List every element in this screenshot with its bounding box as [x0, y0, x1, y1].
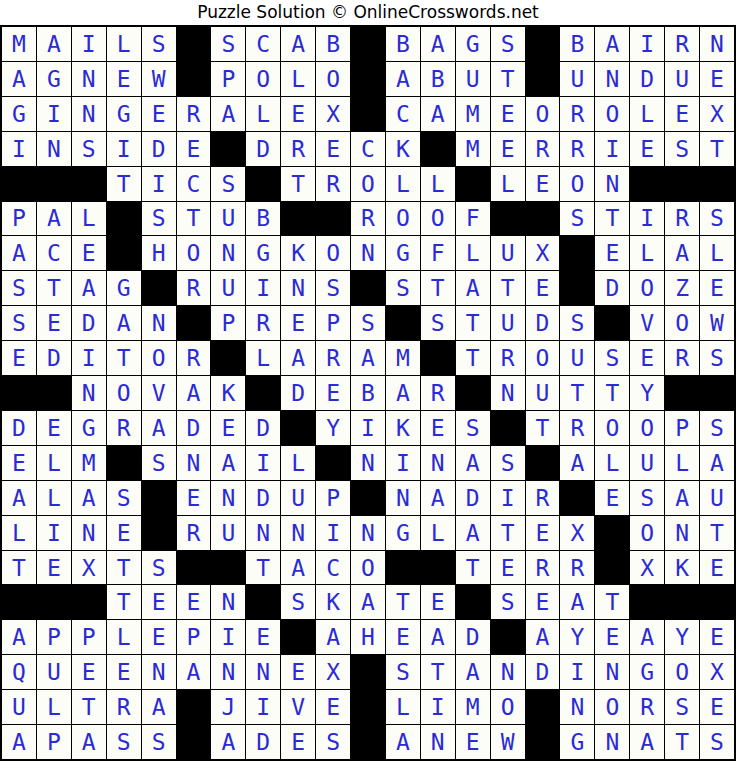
letter-cell[interactable]: M: [2, 27, 36, 61]
letter-cell[interactable]: A: [456, 446, 490, 480]
letter-cell[interactable]: T: [281, 167, 315, 201]
letter-cell[interactable]: S: [491, 27, 525, 61]
letter-cell[interactable]: B: [560, 27, 594, 61]
letter-cell[interactable]: Z: [665, 271, 699, 305]
letter-cell[interactable]: R: [560, 411, 594, 445]
letter-cell[interactable]: A: [316, 620, 350, 654]
letter-cell[interactable]: R: [177, 516, 211, 550]
letter-cell[interactable]: R: [526, 132, 560, 166]
letter-cell[interactable]: N: [281, 271, 315, 305]
letter-cell[interactable]: G: [246, 236, 280, 270]
letter-cell[interactable]: L: [421, 516, 455, 550]
letter-cell[interactable]: R: [560, 551, 594, 585]
letter-cell[interactable]: R: [665, 27, 699, 61]
letter-cell[interactable]: G: [630, 655, 664, 689]
letter-cell[interactable]: T: [456, 341, 490, 375]
letter-cell[interactable]: A: [211, 97, 245, 131]
letter-cell[interactable]: S: [700, 411, 734, 445]
letter-cell[interactable]: A: [456, 516, 490, 550]
letter-cell[interactable]: I: [142, 167, 176, 201]
letter-cell[interactable]: N: [72, 516, 106, 550]
letter-cell[interactable]: S: [281, 585, 315, 619]
letter-cell[interactable]: A: [386, 725, 420, 759]
letter-cell[interactable]: V: [281, 690, 315, 724]
letter-cell[interactable]: U: [526, 376, 560, 410]
letter-cell[interactable]: E: [2, 341, 36, 375]
letter-cell[interactable]: S: [386, 655, 420, 689]
letter-cell[interactable]: O: [665, 306, 699, 340]
letter-cell[interactable]: X: [316, 97, 350, 131]
letter-cell[interactable]: A: [630, 620, 664, 654]
letter-cell[interactable]: A: [351, 341, 385, 375]
letter-cell[interactable]: M: [72, 446, 106, 480]
letter-cell[interactable]: I: [211, 620, 245, 654]
letter-cell[interactable]: L: [630, 97, 664, 131]
letter-cell[interactable]: R: [107, 690, 141, 724]
letter-cell[interactable]: I: [491, 481, 525, 515]
letter-cell[interactable]: S: [700, 725, 734, 759]
letter-cell[interactable]: S: [421, 306, 455, 340]
letter-cell[interactable]: A: [211, 725, 245, 759]
letter-cell[interactable]: R: [560, 97, 594, 131]
letter-cell[interactable]: N: [142, 655, 176, 689]
letter-cell[interactable]: S: [2, 271, 36, 305]
letter-cell[interactable]: S: [700, 202, 734, 236]
letter-cell[interactable]: T: [595, 376, 629, 410]
letter-cell[interactable]: K: [386, 411, 420, 445]
letter-cell[interactable]: G: [456, 27, 490, 61]
letter-cell[interactable]: U: [700, 481, 734, 515]
letter-cell[interactable]: B: [351, 376, 385, 410]
letter-cell[interactable]: E: [281, 97, 315, 131]
letter-cell[interactable]: L: [107, 27, 141, 61]
letter-cell[interactable]: I: [595, 132, 629, 166]
letter-cell[interactable]: O: [351, 167, 385, 201]
letter-cell[interactable]: R: [177, 271, 211, 305]
letter-cell[interactable]: T: [595, 202, 629, 236]
letter-cell[interactable]: T: [595, 585, 629, 619]
letter-cell[interactable]: I: [37, 97, 71, 131]
letter-cell[interactable]: E: [177, 481, 211, 515]
letter-cell[interactable]: F: [421, 236, 455, 270]
letter-cell[interactable]: M: [386, 341, 420, 375]
letter-cell[interactable]: T: [246, 551, 280, 585]
letter-cell[interactable]: I: [421, 690, 455, 724]
letter-cell[interactable]: I: [246, 690, 280, 724]
letter-cell[interactable]: N: [351, 516, 385, 550]
letter-cell[interactable]: G: [107, 97, 141, 131]
letter-cell[interactable]: R: [665, 341, 699, 375]
letter-cell[interactable]: S: [142, 446, 176, 480]
letter-cell[interactable]: N: [246, 655, 280, 689]
letter-cell[interactable]: A: [421, 620, 455, 654]
letter-cell[interactable]: N: [700, 27, 734, 61]
letter-cell[interactable]: E: [142, 585, 176, 619]
letter-cell[interactable]: M: [456, 97, 490, 131]
letter-cell[interactable]: T: [700, 516, 734, 550]
letter-cell[interactable]: U: [2, 690, 36, 724]
letter-cell[interactable]: I: [560, 655, 594, 689]
letter-cell[interactable]: T: [665, 725, 699, 759]
letter-cell[interactable]: E: [72, 655, 106, 689]
letter-cell[interactable]: S: [142, 202, 176, 236]
letter-cell[interactable]: N: [665, 516, 699, 550]
letter-cell[interactable]: P: [72, 620, 106, 654]
letter-cell[interactable]: E: [177, 132, 211, 166]
letter-cell[interactable]: T: [491, 516, 525, 550]
letter-cell[interactable]: A: [2, 481, 36, 515]
letter-cell[interactable]: R: [246, 306, 280, 340]
letter-cell[interactable]: C: [37, 236, 71, 270]
letter-cell[interactable]: S: [351, 306, 385, 340]
letter-cell[interactable]: E: [386, 620, 420, 654]
letter-cell[interactable]: T: [700, 132, 734, 166]
letter-cell[interactable]: L: [386, 167, 420, 201]
letter-cell[interactable]: E: [72, 236, 106, 270]
letter-cell[interactable]: R: [526, 481, 560, 515]
letter-cell[interactable]: E: [421, 585, 455, 619]
letter-cell[interactable]: R: [177, 97, 211, 131]
letter-cell[interactable]: U: [491, 236, 525, 270]
letter-cell[interactable]: A: [526, 620, 560, 654]
letter-cell[interactable]: P: [37, 620, 71, 654]
letter-cell[interactable]: E: [281, 725, 315, 759]
letter-cell[interactable]: X: [630, 551, 664, 585]
letter-cell[interactable]: X: [700, 655, 734, 689]
letter-cell[interactable]: E: [526, 516, 560, 550]
letter-cell[interactable]: D: [246, 725, 280, 759]
letter-cell[interactable]: E: [456, 725, 490, 759]
letter-cell[interactable]: A: [665, 481, 699, 515]
letter-cell[interactable]: S: [72, 132, 106, 166]
letter-cell[interactable]: U: [665, 62, 699, 96]
letter-cell[interactable]: S: [560, 202, 594, 236]
letter-cell[interactable]: C: [386, 97, 420, 131]
letter-cell[interactable]: L: [246, 341, 280, 375]
letter-cell[interactable]: A: [351, 585, 385, 619]
letter-cell[interactable]: N: [246, 516, 280, 550]
letter-cell[interactable]: E: [281, 306, 315, 340]
letter-cell[interactable]: D: [37, 341, 71, 375]
letter-cell[interactable]: U: [560, 341, 594, 375]
letter-cell[interactable]: D: [456, 620, 490, 654]
letter-cell[interactable]: A: [37, 27, 71, 61]
letter-cell[interactable]: E: [142, 97, 176, 131]
letter-cell[interactable]: E: [700, 551, 734, 585]
letter-cell[interactable]: E: [491, 132, 525, 166]
letter-cell[interactable]: E: [665, 97, 699, 131]
letter-cell[interactable]: H: [351, 620, 385, 654]
letter-cell[interactable]: S: [456, 411, 490, 445]
letter-cell[interactable]: T: [37, 271, 71, 305]
letter-cell[interactable]: R: [421, 376, 455, 410]
letter-cell[interactable]: A: [177, 655, 211, 689]
letter-cell[interactable]: A: [72, 481, 106, 515]
letter-cell[interactable]: Y: [630, 376, 664, 410]
letter-cell[interactable]: L: [72, 202, 106, 236]
letter-cell[interactable]: I: [630, 202, 664, 236]
letter-cell[interactable]: U: [211, 271, 245, 305]
letter-cell[interactable]: G: [386, 516, 420, 550]
letter-cell[interactable]: R: [177, 341, 211, 375]
letter-cell[interactable]: P: [2, 202, 36, 236]
letter-cell[interactable]: Y: [665, 620, 699, 654]
letter-cell[interactable]: S: [2, 306, 36, 340]
letter-cell[interactable]: D: [281, 376, 315, 410]
letter-cell[interactable]: S: [665, 132, 699, 166]
letter-cell[interactable]: O: [386, 202, 420, 236]
letter-cell[interactable]: L: [421, 167, 455, 201]
letter-cell[interactable]: N: [595, 167, 629, 201]
letter-cell[interactable]: S: [316, 271, 350, 305]
letter-cell[interactable]: S: [491, 585, 525, 619]
letter-cell[interactable]: A: [421, 97, 455, 131]
letter-cell[interactable]: E: [37, 411, 71, 445]
letter-cell[interactable]: A: [560, 446, 594, 480]
letter-cell[interactable]: A: [72, 271, 106, 305]
letter-cell[interactable]: V: [142, 376, 176, 410]
letter-cell[interactable]: W: [700, 306, 734, 340]
letter-cell[interactable]: R: [316, 167, 350, 201]
letter-cell[interactable]: W: [491, 725, 525, 759]
letter-cell[interactable]: E: [700, 690, 734, 724]
letter-cell[interactable]: U: [281, 481, 315, 515]
letter-cell[interactable]: U: [37, 655, 71, 689]
letter-cell[interactable]: L: [665, 446, 699, 480]
letter-cell[interactable]: L: [107, 620, 141, 654]
letter-cell[interactable]: E: [316, 132, 350, 166]
letter-cell[interactable]: E: [595, 620, 629, 654]
letter-cell[interactable]: E: [37, 551, 71, 585]
letter-cell[interactable]: E: [630, 132, 664, 166]
letter-cell[interactable]: P: [316, 306, 350, 340]
letter-cell[interactable]: N: [595, 725, 629, 759]
letter-cell[interactable]: M: [456, 132, 490, 166]
letter-cell[interactable]: M: [456, 690, 490, 724]
letter-cell[interactable]: R: [351, 202, 385, 236]
letter-cell[interactable]: D: [177, 411, 211, 445]
letter-cell[interactable]: O: [630, 411, 664, 445]
letter-cell[interactable]: L: [37, 446, 71, 480]
letter-cell[interactable]: N: [560, 690, 594, 724]
letter-cell[interactable]: E: [700, 62, 734, 96]
letter-cell[interactable]: U: [211, 202, 245, 236]
letter-cell[interactable]: T: [491, 62, 525, 96]
letter-cell[interactable]: O: [177, 236, 211, 270]
letter-cell[interactable]: T: [107, 167, 141, 201]
letter-cell[interactable]: A: [386, 376, 420, 410]
letter-cell[interactable]: S: [211, 27, 245, 61]
letter-cell[interactable]: N: [595, 655, 629, 689]
letter-cell[interactable]: U: [630, 446, 664, 480]
letter-cell[interactable]: J: [211, 690, 245, 724]
letter-cell[interactable]: N: [421, 446, 455, 480]
letter-cell[interactable]: S: [107, 481, 141, 515]
letter-cell[interactable]: E: [107, 516, 141, 550]
letter-cell[interactable]: R: [107, 411, 141, 445]
letter-cell[interactable]: S: [491, 446, 525, 480]
letter-cell[interactable]: O: [316, 236, 350, 270]
letter-cell[interactable]: S: [595, 341, 629, 375]
letter-cell[interactable]: O: [526, 97, 560, 131]
letter-cell[interactable]: I: [246, 271, 280, 305]
letter-cell[interactable]: E: [421, 411, 455, 445]
letter-cell[interactable]: E: [526, 585, 560, 619]
letter-cell[interactable]: E: [526, 167, 560, 201]
letter-cell[interactable]: Y: [316, 411, 350, 445]
letter-cell[interactable]: D: [246, 481, 280, 515]
letter-cell[interactable]: E: [700, 620, 734, 654]
letter-cell[interactable]: L: [2, 516, 36, 550]
letter-cell[interactable]: E: [107, 655, 141, 689]
letter-cell[interactable]: N: [386, 481, 420, 515]
letter-cell[interactable]: L: [281, 62, 315, 96]
letter-cell[interactable]: S: [142, 725, 176, 759]
letter-cell[interactable]: S: [142, 27, 176, 61]
letter-cell[interactable]: A: [2, 620, 36, 654]
letter-cell[interactable]: C: [246, 27, 280, 61]
letter-cell[interactable]: T: [386, 585, 420, 619]
letter-cell[interactable]: D: [72, 306, 106, 340]
letter-cell[interactable]: E: [177, 585, 211, 619]
letter-cell[interactable]: S: [386, 271, 420, 305]
letter-cell[interactable]: A: [456, 271, 490, 305]
letter-cell[interactable]: T: [491, 271, 525, 305]
letter-cell[interactable]: E: [700, 271, 734, 305]
letter-cell[interactable]: N: [177, 446, 211, 480]
letter-cell[interactable]: L: [456, 236, 490, 270]
letter-cell[interactable]: A: [2, 62, 36, 96]
letter-cell[interactable]: T: [177, 202, 211, 236]
letter-cell[interactable]: G: [72, 411, 106, 445]
letter-cell[interactable]: T: [107, 341, 141, 375]
letter-cell[interactable]: E: [211, 411, 245, 445]
letter-cell[interactable]: X: [526, 236, 560, 270]
letter-cell[interactable]: U: [560, 62, 594, 96]
letter-cell[interactable]: E: [37, 306, 71, 340]
letter-cell[interactable]: A: [421, 27, 455, 61]
letter-cell[interactable]: O: [421, 202, 455, 236]
letter-cell[interactable]: A: [142, 690, 176, 724]
letter-cell[interactable]: E: [316, 690, 350, 724]
letter-cell[interactable]: E: [246, 620, 280, 654]
letter-cell[interactable]: I: [107, 132, 141, 166]
letter-cell[interactable]: P: [177, 620, 211, 654]
letter-cell[interactable]: D: [526, 655, 560, 689]
letter-cell[interactable]: E: [2, 446, 36, 480]
letter-cell[interactable]: O: [351, 551, 385, 585]
letter-cell[interactable]: U: [211, 516, 245, 550]
letter-cell[interactable]: D: [526, 306, 560, 340]
letter-cell[interactable]: K: [386, 132, 420, 166]
letter-cell[interactable]: S: [560, 306, 594, 340]
letter-cell[interactable]: T: [421, 655, 455, 689]
letter-cell[interactable]: P: [211, 62, 245, 96]
letter-cell[interactable]: O: [595, 411, 629, 445]
letter-cell[interactable]: A: [37, 202, 71, 236]
letter-cell[interactable]: E: [595, 236, 629, 270]
letter-cell[interactable]: T: [456, 551, 490, 585]
letter-cell[interactable]: I: [2, 132, 36, 166]
letter-cell[interactable]: I: [72, 341, 106, 375]
letter-cell[interactable]: B: [421, 62, 455, 96]
letter-cell[interactable]: C: [316, 551, 350, 585]
letter-cell[interactable]: I: [351, 411, 385, 445]
letter-cell[interactable]: T: [560, 376, 594, 410]
letter-cell[interactable]: T: [526, 411, 560, 445]
letter-cell[interactable]: T: [107, 551, 141, 585]
letter-cell[interactable]: P: [37, 725, 71, 759]
letter-cell[interactable]: R: [630, 690, 664, 724]
letter-cell[interactable]: K: [211, 376, 245, 410]
letter-cell[interactable]: L: [595, 446, 629, 480]
letter-cell[interactable]: B: [316, 27, 350, 61]
letter-cell[interactable]: F: [456, 202, 490, 236]
letter-cell[interactable]: U: [491, 306, 525, 340]
letter-cell[interactable]: X: [560, 516, 594, 550]
letter-cell[interactable]: N: [211, 481, 245, 515]
letter-cell[interactable]: N: [72, 62, 106, 96]
letter-cell[interactable]: E: [630, 341, 664, 375]
letter-cell[interactable]: O: [595, 690, 629, 724]
letter-cell[interactable]: A: [2, 236, 36, 270]
letter-cell[interactable]: N: [211, 655, 245, 689]
letter-cell[interactable]: D: [246, 411, 280, 445]
letter-cell[interactable]: X: [72, 551, 106, 585]
letter-cell[interactable]: N: [37, 132, 71, 166]
letter-cell[interactable]: N: [491, 655, 525, 689]
letter-cell[interactable]: K: [316, 585, 350, 619]
letter-cell[interactable]: N: [142, 306, 176, 340]
letter-cell[interactable]: I: [630, 27, 664, 61]
letter-cell[interactable]: R: [526, 551, 560, 585]
letter-cell[interactable]: O: [630, 271, 664, 305]
letter-cell[interactable]: O: [491, 690, 525, 724]
letter-cell[interactable]: P: [665, 411, 699, 445]
letter-cell[interactable]: K: [281, 236, 315, 270]
letter-cell[interactable]: N: [351, 446, 385, 480]
letter-cell[interactable]: S: [316, 725, 350, 759]
letter-cell[interactable]: A: [72, 725, 106, 759]
letter-cell[interactable]: D: [2, 411, 36, 445]
letter-cell[interactable]: T: [421, 271, 455, 305]
letter-cell[interactable]: G: [560, 725, 594, 759]
letter-cell[interactable]: O: [107, 376, 141, 410]
letter-cell[interactable]: D: [142, 132, 176, 166]
letter-cell[interactable]: S: [211, 167, 245, 201]
letter-cell[interactable]: R: [665, 202, 699, 236]
letter-cell[interactable]: W: [142, 62, 176, 96]
letter-cell[interactable]: O: [560, 167, 594, 201]
letter-cell[interactable]: N: [211, 585, 245, 619]
letter-cell[interactable]: P: [316, 481, 350, 515]
letter-cell[interactable]: O: [630, 516, 664, 550]
letter-cell[interactable]: I: [386, 446, 420, 480]
letter-cell[interactable]: I: [246, 446, 280, 480]
letter-cell[interactable]: N: [281, 516, 315, 550]
letter-cell[interactable]: B: [386, 27, 420, 61]
letter-cell[interactable]: O: [316, 62, 350, 96]
letter-cell[interactable]: A: [2, 725, 36, 759]
letter-cell[interactable]: S: [107, 725, 141, 759]
letter-cell[interactable]: O: [246, 62, 280, 96]
letter-cell[interactable]: G: [386, 236, 420, 270]
letter-cell[interactable]: A: [281, 341, 315, 375]
letter-cell[interactable]: L: [37, 690, 71, 724]
letter-cell[interactable]: L: [386, 690, 420, 724]
letter-cell[interactable]: L: [281, 446, 315, 480]
letter-cell[interactable]: D: [630, 62, 664, 96]
